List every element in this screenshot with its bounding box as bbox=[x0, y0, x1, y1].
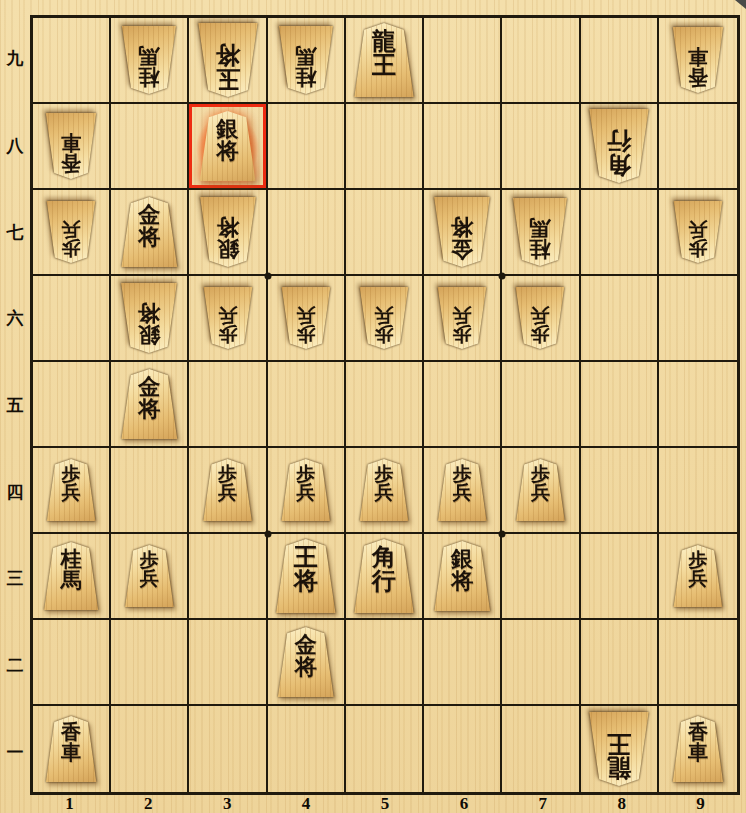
square-9八[interactable] bbox=[659, 104, 737, 190]
square-4九[interactable]: 桂馬 bbox=[268, 18, 346, 104]
square-8八[interactable]: 角行 bbox=[581, 104, 659, 190]
file-labels: 123456789 bbox=[30, 794, 740, 813]
piece-kanji: 金 bbox=[295, 634, 317, 656]
piece-bishop-sente[interactable]: 角行 bbox=[586, 109, 652, 183]
piece-face: 歩兵 bbox=[435, 287, 489, 349]
square-5六[interactable]: 歩兵 bbox=[346, 276, 424, 362]
piece-face: 歩兵 bbox=[671, 201, 725, 263]
piece-gold-gote[interactable]: 金将 bbox=[275, 627, 337, 697]
square-9一[interactable]: 香車 bbox=[659, 706, 737, 792]
piece-pawn-gote[interactable]: 歩兵 bbox=[671, 545, 725, 607]
piece-promoted-rook-sente[interactable]: 龍王 bbox=[586, 712, 652, 786]
piece-face: 香車 bbox=[670, 27, 726, 93]
piece-gold-sente[interactable]: 金将 bbox=[431, 197, 493, 267]
piece-face: 歩兵 bbox=[122, 545, 176, 607]
piece-knight-gote[interactable]: 桂馬 bbox=[41, 542, 101, 610]
piece-kanji: 龍 bbox=[607, 755, 631, 779]
star-point bbox=[499, 272, 506, 279]
square-4二[interactable]: 金将 bbox=[268, 620, 346, 706]
piece-kanji: 歩 bbox=[218, 465, 237, 484]
square-3二[interactable] bbox=[189, 620, 267, 706]
piece-face: 金将 bbox=[118, 197, 180, 267]
piece-kanji: 桂 bbox=[139, 66, 160, 87]
piece-lance-gote[interactable]: 香車 bbox=[670, 716, 726, 782]
square-9四[interactable] bbox=[659, 448, 737, 534]
piece-kanji: 将 bbox=[138, 226, 160, 248]
piece-kanji: 兵 bbox=[140, 570, 159, 589]
piece-kanji: 桂 bbox=[295, 66, 316, 87]
piece-kanji: 行 bbox=[607, 129, 631, 153]
square-8六[interactable] bbox=[581, 276, 659, 362]
square-2五[interactable]: 金将 bbox=[111, 362, 189, 448]
square-8九[interactable] bbox=[581, 18, 659, 104]
piece-kanji: 金 bbox=[138, 376, 160, 398]
square-5八[interactable] bbox=[346, 104, 424, 190]
piece-kanji: 銀 bbox=[217, 118, 239, 140]
square-2三[interactable]: 歩兵 bbox=[111, 534, 189, 620]
piece-kanji: 将 bbox=[451, 217, 473, 239]
square-7五[interactable] bbox=[502, 362, 580, 448]
piece-face: 龍王 bbox=[586, 712, 652, 786]
piece-face: 歩兵 bbox=[671, 545, 725, 607]
piece-kanji: 兵 bbox=[453, 306, 472, 325]
piece-knight-sente[interactable]: 桂馬 bbox=[510, 198, 570, 266]
piece-pawn-sente[interactable]: 歩兵 bbox=[44, 201, 98, 263]
piece-face: 歩兵 bbox=[279, 287, 333, 349]
piece-face: 桂馬 bbox=[510, 198, 570, 266]
piece-pawn-gote[interactable]: 歩兵 bbox=[44, 459, 98, 521]
piece-face: 銀将 bbox=[118, 283, 180, 353]
piece-kanji: 兵 bbox=[688, 220, 707, 239]
piece-silver-sente[interactable]: 銀将 bbox=[197, 197, 259, 267]
piece-kanji: 王 bbox=[294, 546, 318, 570]
piece-kanji: 銀 bbox=[217, 238, 239, 260]
square-1一[interactable]: 香車 bbox=[33, 706, 111, 792]
rank-label-二: 二 bbox=[0, 654, 30, 677]
piece-face: 銀将 bbox=[197, 111, 259, 181]
square-5四[interactable]: 歩兵 bbox=[346, 448, 424, 534]
square-3七[interactable]: 銀将 bbox=[189, 190, 267, 276]
rank-label-五: 五 bbox=[0, 394, 30, 417]
piece-face: 歩兵 bbox=[44, 201, 98, 263]
square-9五[interactable] bbox=[659, 362, 737, 448]
piece-kanji: 車 bbox=[61, 743, 81, 763]
square-5九[interactable]: 龍王 bbox=[346, 18, 424, 104]
rank-label-八: 八 bbox=[0, 134, 30, 157]
square-6五[interactable] bbox=[424, 362, 502, 448]
piece-kanji: 歩 bbox=[531, 465, 550, 484]
square-6三[interactable]: 銀将 bbox=[424, 534, 502, 620]
file-label-4: 4 bbox=[286, 794, 326, 813]
piece-kanji: 馬 bbox=[295, 46, 316, 67]
piece-kanji: 歩 bbox=[688, 238, 707, 257]
piece-face: 歩兵 bbox=[201, 287, 255, 349]
piece-pawn-sente[interactable]: 歩兵 bbox=[279, 287, 333, 349]
piece-face: 歩兵 bbox=[513, 287, 567, 349]
piece-face: 歩兵 bbox=[357, 287, 411, 349]
piece-face: 金将 bbox=[431, 197, 493, 267]
square-2七[interactable]: 金将 bbox=[111, 190, 189, 276]
piece-kanji: 香 bbox=[61, 152, 81, 172]
square-6一[interactable] bbox=[424, 706, 502, 792]
square-3三[interactable] bbox=[189, 534, 267, 620]
piece-promoted-rook-gote[interactable]: 龍王 bbox=[351, 23, 417, 97]
piece-kanji: 歩 bbox=[296, 324, 315, 343]
piece-silver-sente[interactable]: 銀将 bbox=[118, 283, 180, 353]
piece-bishop-gote[interactable]: 角行 bbox=[351, 539, 417, 613]
piece-face: 桂馬 bbox=[276, 26, 336, 94]
square-7九[interactable] bbox=[502, 18, 580, 104]
rank-label-四: 四 bbox=[0, 480, 30, 503]
piece-kanji: 将 bbox=[217, 140, 239, 162]
square-4一[interactable] bbox=[268, 706, 346, 792]
piece-kanji: 金 bbox=[451, 238, 473, 260]
rank-label-一: 一 bbox=[0, 740, 30, 763]
piece-face: 歩兵 bbox=[44, 459, 98, 521]
piece-kanji: 香 bbox=[688, 723, 708, 743]
shogi-board-screen: 九八七六五四三二一 桂馬玉将桂馬龍王香車香車銀将角行歩兵金将銀将金将桂馬歩兵銀将… bbox=[0, 0, 746, 813]
piece-king-sente[interactable]: 玉将 bbox=[195, 23, 261, 97]
piece-silver-gote[interactable]: 銀将 bbox=[431, 541, 493, 611]
piece-gold-gote[interactable]: 金将 bbox=[118, 369, 180, 439]
square-7三[interactable] bbox=[502, 534, 580, 620]
file-label-6: 6 bbox=[444, 794, 484, 813]
piece-kanji: 兵 bbox=[453, 484, 472, 503]
piece-kanji: 角 bbox=[607, 152, 631, 176]
square-1八[interactable]: 香車 bbox=[33, 104, 111, 190]
square-4八[interactable] bbox=[268, 104, 346, 190]
piece-kanji: 歩 bbox=[374, 465, 393, 484]
piece-face: 歩兵 bbox=[435, 459, 489, 521]
piece-kanji: 兵 bbox=[374, 484, 393, 503]
square-8一[interactable]: 龍王 bbox=[581, 706, 659, 792]
piece-face: 歩兵 bbox=[279, 459, 333, 521]
piece-kanji: 馬 bbox=[61, 570, 82, 591]
piece-kanji: 桂 bbox=[61, 549, 82, 570]
square-7四[interactable]: 歩兵 bbox=[502, 448, 580, 534]
square-3九[interactable]: 玉将 bbox=[189, 18, 267, 104]
piece-kanji: 歩 bbox=[374, 324, 393, 343]
piece-kanji: 王 bbox=[372, 54, 396, 78]
rank-label-三: 三 bbox=[0, 567, 30, 590]
piece-kanji: 王 bbox=[607, 732, 631, 756]
piece-face: 角行 bbox=[586, 109, 652, 183]
square-2八[interactable] bbox=[111, 104, 189, 190]
square-9九[interactable]: 香車 bbox=[659, 18, 737, 104]
square-6二[interactable] bbox=[424, 620, 502, 706]
piece-kanji: 将 bbox=[138, 303, 160, 325]
square-1九[interactable] bbox=[33, 18, 111, 104]
file-label-1: 1 bbox=[49, 794, 89, 813]
square-9二[interactable] bbox=[659, 620, 737, 706]
piece-face: 金将 bbox=[118, 369, 180, 439]
star-point bbox=[499, 531, 506, 538]
square-4四[interactable]: 歩兵 bbox=[268, 448, 346, 534]
file-label-3: 3 bbox=[207, 794, 247, 813]
piece-kanji: 兵 bbox=[218, 306, 237, 325]
piece-kanji: 香 bbox=[688, 66, 708, 86]
piece-kanji: 兵 bbox=[62, 220, 81, 239]
square-3一[interactable] bbox=[189, 706, 267, 792]
piece-kanji: 歩 bbox=[453, 324, 472, 343]
piece-kanji: 兵 bbox=[531, 484, 550, 503]
square-6四[interactable]: 歩兵 bbox=[424, 448, 502, 534]
square-8七[interactable] bbox=[581, 190, 659, 276]
piece-kanji: 金 bbox=[138, 204, 160, 226]
square-2六[interactable]: 銀将 bbox=[111, 276, 189, 362]
piece-kanji: 銀 bbox=[451, 548, 473, 570]
square-9六[interactable] bbox=[659, 276, 737, 362]
piece-kanji: 兵 bbox=[374, 306, 393, 325]
piece-face: 桂馬 bbox=[119, 26, 179, 94]
file-label-2: 2 bbox=[128, 794, 168, 813]
square-2四[interactable] bbox=[111, 448, 189, 534]
piece-face: 王将 bbox=[273, 539, 339, 613]
square-7七[interactable]: 桂馬 bbox=[502, 190, 580, 276]
piece-face: 香車 bbox=[670, 716, 726, 782]
piece-kanji: 歩 bbox=[688, 551, 707, 570]
square-6九[interactable] bbox=[424, 18, 502, 104]
piece-kanji: 行 bbox=[372, 570, 396, 594]
piece-lance-sente[interactable]: 香車 bbox=[43, 113, 99, 179]
rank-label-九: 九 bbox=[0, 47, 30, 70]
star-point bbox=[264, 272, 271, 279]
square-7一[interactable] bbox=[502, 706, 580, 792]
piece-kanji: 歩 bbox=[531, 324, 550, 343]
piece-kanji: 兵 bbox=[296, 306, 315, 325]
file-label-8: 8 bbox=[602, 794, 642, 813]
square-8二[interactable] bbox=[581, 620, 659, 706]
piece-king-gote[interactable]: 王将 bbox=[273, 539, 339, 613]
piece-kanji: 桂 bbox=[530, 238, 551, 259]
square-9三[interactable]: 歩兵 bbox=[659, 534, 737, 620]
piece-kanji: 玉 bbox=[216, 66, 240, 90]
piece-face: 金将 bbox=[275, 627, 337, 697]
piece-kanji: 兵 bbox=[688, 570, 707, 589]
piece-kanji: 兵 bbox=[62, 484, 81, 503]
file-label-5: 5 bbox=[365, 794, 405, 813]
piece-kanji: 銀 bbox=[138, 324, 160, 346]
square-1二[interactable] bbox=[33, 620, 111, 706]
rank-label-七: 七 bbox=[0, 220, 30, 243]
square-1六[interactable] bbox=[33, 276, 111, 362]
square-3五[interactable] bbox=[189, 362, 267, 448]
square-3四[interactable]: 歩兵 bbox=[189, 448, 267, 534]
square-5三[interactable]: 角行 bbox=[346, 534, 424, 620]
square-2一[interactable] bbox=[111, 706, 189, 792]
square-5五[interactable] bbox=[346, 362, 424, 448]
piece-pawn-sente[interactable]: 歩兵 bbox=[513, 287, 567, 349]
piece-kanji: 将 bbox=[216, 43, 240, 67]
square-1三[interactable]: 桂馬 bbox=[33, 534, 111, 620]
piece-face: 香車 bbox=[43, 113, 99, 179]
piece-pawn-sente[interactable]: 歩兵 bbox=[357, 287, 411, 349]
square-7八[interactable] bbox=[502, 104, 580, 190]
square-5一[interactable] bbox=[346, 706, 424, 792]
piece-kanji: 車 bbox=[688, 743, 708, 763]
piece-face: 玉将 bbox=[195, 23, 261, 97]
piece-kanji: 兵 bbox=[296, 484, 315, 503]
file-label-9: 9 bbox=[681, 794, 721, 813]
piece-lance-gote[interactable]: 香車 bbox=[43, 716, 99, 782]
corner-artifact bbox=[735, 0, 746, 9]
piece-pawn-sente[interactable]: 歩兵 bbox=[671, 201, 725, 263]
piece-kanji: 歩 bbox=[296, 465, 315, 484]
piece-face: 角行 bbox=[351, 539, 417, 613]
piece-kanji: 馬 bbox=[139, 46, 160, 67]
piece-knight-sente[interactable]: 桂馬 bbox=[276, 26, 336, 94]
square-4三[interactable]: 王将 bbox=[268, 534, 346, 620]
piece-kanji: 将 bbox=[217, 217, 239, 239]
square-5七[interactable] bbox=[346, 190, 424, 276]
piece-kanji: 将 bbox=[294, 570, 318, 594]
piece-kanji: 龍 bbox=[372, 30, 396, 54]
square-8五[interactable] bbox=[581, 362, 659, 448]
piece-kanji: 角 bbox=[372, 546, 396, 570]
piece-pawn-gote[interactable]: 歩兵 bbox=[279, 459, 333, 521]
square-8四[interactable] bbox=[581, 448, 659, 534]
piece-kanji: 兵 bbox=[218, 484, 237, 503]
piece-kanji: 将 bbox=[295, 656, 317, 678]
square-9七[interactable]: 歩兵 bbox=[659, 190, 737, 276]
piece-kanji: 馬 bbox=[530, 218, 551, 239]
piece-face: 銀将 bbox=[431, 541, 493, 611]
piece-kanji: 歩 bbox=[62, 465, 81, 484]
piece-pawn-gote[interactable]: 歩兵 bbox=[513, 459, 567, 521]
piece-kanji: 車 bbox=[688, 47, 708, 67]
square-1七[interactable]: 歩兵 bbox=[33, 190, 111, 276]
square-6七[interactable]: 金将 bbox=[424, 190, 502, 276]
piece-face: 桂馬 bbox=[41, 542, 101, 610]
rank-labels: 九八七六五四三二一 bbox=[0, 15, 30, 795]
piece-kanji: 兵 bbox=[531, 306, 550, 325]
square-6六[interactable]: 歩兵 bbox=[424, 276, 502, 362]
piece-face: 香車 bbox=[43, 716, 99, 782]
piece-face: 龍王 bbox=[351, 23, 417, 97]
piece-kanji: 歩 bbox=[453, 465, 472, 484]
piece-face: 銀将 bbox=[197, 197, 259, 267]
piece-silver-gote[interactable]: 銀将 bbox=[197, 111, 259, 181]
square-7二[interactable] bbox=[502, 620, 580, 706]
square-5二[interactable] bbox=[346, 620, 424, 706]
piece-pawn-gote[interactable]: 歩兵 bbox=[201, 459, 255, 521]
star-point bbox=[264, 531, 271, 538]
piece-knight-sente[interactable]: 桂馬 bbox=[119, 26, 179, 94]
piece-kanji: 歩 bbox=[62, 238, 81, 257]
piece-pawn-gote[interactable]: 歩兵 bbox=[435, 459, 489, 521]
piece-kanji: 歩 bbox=[218, 324, 237, 343]
square-4五[interactable] bbox=[268, 362, 346, 448]
piece-face: 歩兵 bbox=[357, 459, 411, 521]
piece-kanji: 歩 bbox=[140, 551, 159, 570]
square-1五[interactable] bbox=[33, 362, 111, 448]
square-6八[interactable] bbox=[424, 104, 502, 190]
piece-kanji: 車 bbox=[61, 133, 81, 153]
piece-kanji: 香 bbox=[61, 723, 81, 743]
square-3八[interactable]: 銀将 bbox=[189, 104, 267, 190]
square-4六[interactable]: 歩兵 bbox=[268, 276, 346, 362]
square-3六[interactable]: 歩兵 bbox=[189, 276, 267, 362]
file-label-7: 7 bbox=[523, 794, 563, 813]
board-grid: 桂馬玉将桂馬龍王香車香車銀将角行歩兵金将銀将金将桂馬歩兵銀将歩兵歩兵歩兵歩兵歩兵… bbox=[30, 15, 740, 795]
piece-pawn-gote[interactable]: 歩兵 bbox=[357, 459, 411, 521]
square-2二[interactable] bbox=[111, 620, 189, 706]
square-4七[interactable] bbox=[268, 190, 346, 276]
piece-face: 歩兵 bbox=[513, 459, 567, 521]
square-1四[interactable]: 歩兵 bbox=[33, 448, 111, 534]
piece-lance-sente[interactable]: 香車 bbox=[670, 27, 726, 93]
piece-pawn-sente[interactable]: 歩兵 bbox=[201, 287, 255, 349]
square-7六[interactable]: 歩兵 bbox=[502, 276, 580, 362]
square-2九[interactable]: 桂馬 bbox=[111, 18, 189, 104]
square-8三[interactable] bbox=[581, 534, 659, 620]
rank-label-六: 六 bbox=[0, 307, 30, 330]
piece-gold-gote[interactable]: 金将 bbox=[118, 197, 180, 267]
piece-face: 歩兵 bbox=[201, 459, 255, 521]
piece-pawn-gote[interactable]: 歩兵 bbox=[122, 545, 176, 607]
piece-pawn-sente[interactable]: 歩兵 bbox=[435, 287, 489, 349]
piece-kanji: 将 bbox=[451, 570, 473, 592]
piece-kanji: 将 bbox=[138, 398, 160, 420]
